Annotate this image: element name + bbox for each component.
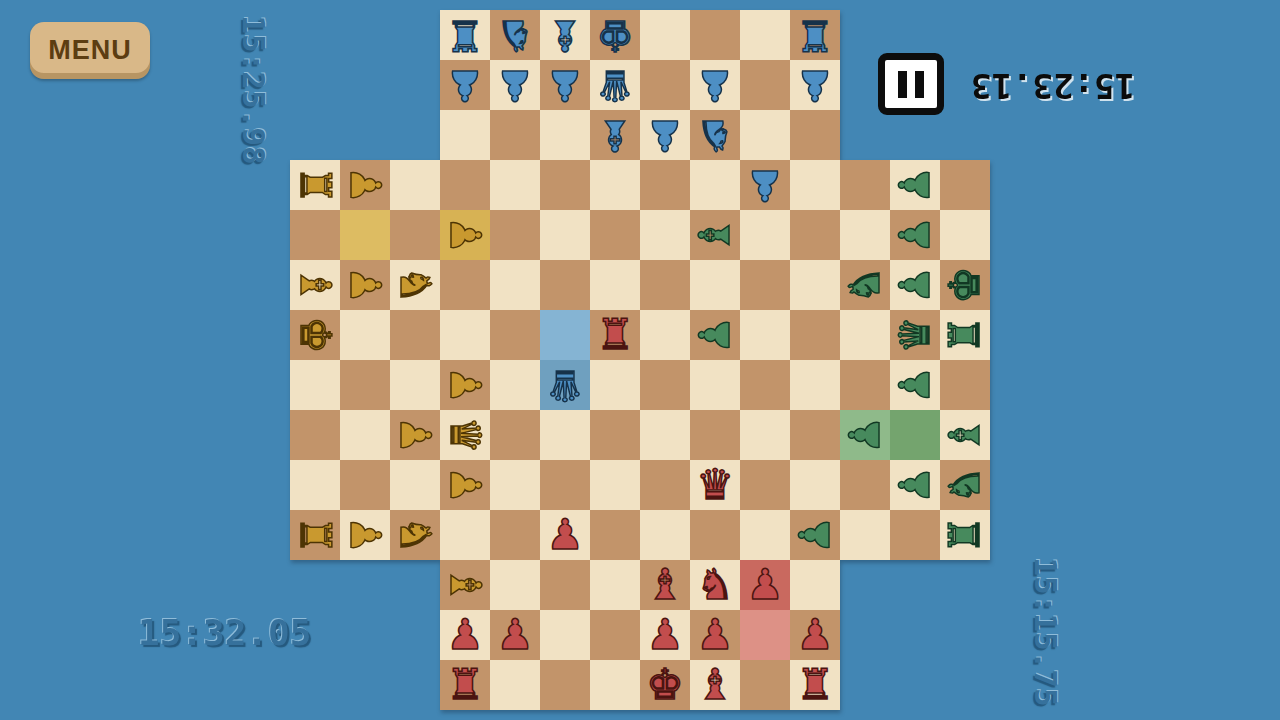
square-f7-highlight-blue[interactable]: ♛ [540,360,590,410]
piece-green-pawn[interactable]: ♟ [890,460,940,510]
square-h14[interactable] [640,10,690,60]
square-h13[interactable] [640,60,690,110]
piece-green-rook[interactable]: ♜ [940,310,990,360]
square-h4[interactable] [640,510,690,560]
clock-green: 15:15.75 [1032,552,1064,712]
square-j14[interactable] [740,10,790,60]
square-b9[interactable]: ♟ [340,260,390,310]
pause-icon [898,71,907,98]
square-c6[interactable]: ♟ [390,410,440,460]
piece-blue-knight[interactable]: ♞ [490,10,540,60]
board-void [390,60,440,110]
square-g12[interactable]: ♝ [590,110,640,160]
square-h12[interactable]: ♟ [640,110,690,160]
square-j2-highlight-red[interactable] [740,610,790,660]
square-i1[interactable]: ♝ [690,660,740,710]
game-screen: { "app": { "menu_label": "MENU" }, "game… [0,0,1280,720]
square-k13[interactable]: ♟ [790,60,840,110]
square-n5[interactable]: ♞ [940,460,990,510]
piece-blue-rook[interactable]: ♜ [790,10,840,60]
square-i11[interactable] [690,160,740,210]
square-k6[interactable] [790,410,840,460]
piece-red-rook[interactable]: ♜ [790,660,840,710]
square-f8-highlight-blue[interactable] [540,310,590,360]
square-j1[interactable] [740,660,790,710]
board-void [340,660,390,710]
piece-green-rook[interactable]: ♜ [940,510,990,560]
square-b7[interactable] [340,360,390,410]
piece-red-pawn[interactable]: ♟ [490,610,540,660]
square-h11[interactable] [640,160,690,210]
square-m6-highlight-green[interactable] [890,410,940,460]
board-void [840,560,890,610]
piece-blue-bishop[interactable]: ♝ [590,110,640,160]
square-h7[interactable] [640,360,690,410]
board-void [390,610,440,660]
board-void [890,610,940,660]
piece-yellow-pawn[interactable]: ♟ [340,160,390,210]
piece-red-pawn[interactable]: ♟ [540,510,590,560]
square-i5[interactable]: ♛ [690,460,740,510]
board-void [840,110,890,160]
board-void [890,660,940,710]
square-m11[interactable]: ♟ [890,160,940,210]
board-void [390,110,440,160]
piece-green-pawn[interactable]: ♟ [890,160,940,210]
piece-green-knight[interactable]: ♞ [840,260,890,310]
square-h8[interactable] [640,310,690,360]
piece-blue-pawn[interactable]: ♟ [440,60,490,110]
pause-icon [915,71,924,98]
square-e1[interactable] [490,660,540,710]
piece-red-queen[interactable]: ♛ [690,460,740,510]
piece-yellow-knight[interactable]: ♞ [390,260,440,310]
square-i12[interactable]: ♞ [690,110,740,160]
square-l8[interactable] [840,310,890,360]
piece-yellow-rook[interactable]: ♜ [290,510,340,560]
square-h3[interactable]: ♝ [640,560,690,610]
square-e7[interactable] [490,360,540,410]
board-void [890,560,940,610]
piece-green-pawn[interactable]: ♟ [790,510,840,560]
piece-green-knight[interactable]: ♞ [940,460,990,510]
square-l5[interactable] [840,460,890,510]
square-e2[interactable]: ♟ [490,610,540,660]
piece-red-pawn[interactable]: ♟ [790,610,840,660]
piece-yellow-pawn[interactable]: ♟ [340,260,390,310]
square-l9[interactable]: ♞ [840,260,890,310]
square-a5[interactable] [290,460,340,510]
square-f14[interactable]: ♝ [540,10,590,60]
square-d1[interactable]: ♜ [440,660,490,710]
piece-green-pawn[interactable]: ♟ [890,360,940,410]
square-h9[interactable] [640,260,690,310]
board-void [290,110,340,160]
square-e5[interactable] [490,460,540,510]
square-f12[interactable] [540,110,590,160]
square-m9[interactable]: ♟ [890,260,940,310]
square-e8[interactable] [490,310,540,360]
square-j12[interactable] [740,110,790,160]
piece-green-bishop[interactable]: ♝ [940,410,990,460]
square-n10[interactable] [940,210,990,260]
piece-green-pawn[interactable]: ♟ [890,210,940,260]
square-e9[interactable] [490,260,540,310]
square-j7[interactable] [740,360,790,410]
piece-red-rook[interactable]: ♜ [440,660,490,710]
board-void [940,660,990,710]
board: ♜♞♝♚♜♟♟♟♛♟♟♝♟♞♜♟♟♟♟♝♟♝♟♞♞♟♚♚♜♟♛♜♟♛♟♟♛♟♝♟… [290,10,990,710]
square-e12[interactable] [490,110,540,160]
square-e4[interactable] [490,510,540,560]
square-m7[interactable]: ♟ [890,360,940,410]
piece-yellow-rook[interactable]: ♜ [290,160,340,210]
square-i8[interactable]: ♟ [690,310,740,360]
square-b11[interactable]: ♟ [340,160,390,210]
square-d2[interactable]: ♟ [440,610,490,660]
square-c5[interactable] [390,460,440,510]
square-g8[interactable]: ♜ [590,310,640,360]
square-f2[interactable] [540,610,590,660]
piece-red-pawn[interactable]: ♟ [640,610,690,660]
square-g4[interactable] [590,510,640,560]
board-void [340,610,390,660]
square-c8[interactable] [390,310,440,360]
board-void [340,560,390,610]
square-n8[interactable]: ♜ [940,310,990,360]
square-d13[interactable]: ♟ [440,60,490,110]
piece-red-bishop[interactable]: ♝ [640,560,690,610]
square-i14[interactable] [690,10,740,60]
square-h1[interactable]: ♚ [640,660,690,710]
square-k3[interactable] [790,560,840,610]
board-void [940,610,990,660]
square-l7[interactable] [840,360,890,410]
board-void [290,10,340,60]
square-a4[interactable]: ♜ [290,510,340,560]
square-j3-highlight-red[interactable]: ♟ [740,560,790,610]
square-n11[interactable] [940,160,990,210]
square-k11[interactable] [790,160,840,210]
square-a8[interactable]: ♚ [290,310,340,360]
pause-button[interactable] [878,53,944,115]
square-k2[interactable]: ♟ [790,610,840,660]
board-void [340,110,390,160]
square-e3[interactable] [490,560,540,610]
square-b6[interactable] [340,410,390,460]
square-g6[interactable] [590,410,640,460]
piece-red-rook[interactable]: ♜ [590,310,640,360]
piece-yellow-pawn[interactable]: ♟ [340,510,390,560]
piece-green-king[interactable]: ♚ [940,260,990,310]
square-i2[interactable]: ♟ [690,610,740,660]
piece-blue-queen[interactable]: ♛ [590,60,640,110]
piece-blue-bishop[interactable]: ♝ [540,10,590,60]
square-n6[interactable]: ♝ [940,410,990,460]
square-b5[interactable] [340,460,390,510]
square-h5[interactable] [640,460,690,510]
square-c9[interactable]: ♞ [390,260,440,310]
square-j11[interactable]: ♟ [740,160,790,210]
square-k7[interactable] [790,360,840,410]
square-g10[interactable] [590,210,640,260]
square-k4[interactable]: ♟ [790,510,840,560]
piece-blue-knight[interactable]: ♞ [690,110,740,160]
piece-blue-pawn[interactable]: ♟ [540,60,590,110]
board-void [340,10,390,60]
square-k1[interactable]: ♜ [790,660,840,710]
board-void [840,660,890,710]
board-void [390,560,440,610]
square-l4[interactable] [840,510,890,560]
piece-yellow-pawn[interactable]: ♟ [440,360,490,410]
square-a11[interactable]: ♜ [290,160,340,210]
square-b10-highlight-yellow[interactable] [340,210,390,260]
square-k12[interactable] [790,110,840,160]
square-g13[interactable]: ♛ [590,60,640,110]
square-e10[interactable] [490,210,540,260]
square-c4[interactable]: ♞ [390,510,440,560]
square-a6[interactable] [290,410,340,460]
piece-blue-queen[interactable]: ♛ [540,360,590,410]
square-g3[interactable] [590,560,640,610]
square-g14[interactable]: ♚ [590,10,640,60]
square-f3[interactable] [540,560,590,610]
piece-yellow-queen[interactable]: ♛ [440,410,490,460]
board-void [940,110,990,160]
square-b4[interactable]: ♟ [340,510,390,560]
piece-yellow-pawn[interactable]: ♟ [440,460,490,510]
piece-blue-pawn[interactable]: ♟ [490,60,540,110]
piece-blue-rook[interactable]: ♜ [440,10,490,60]
square-a7[interactable] [290,360,340,410]
piece-blue-pawn[interactable]: ♟ [640,110,690,160]
square-i6[interactable] [690,410,740,460]
square-d5[interactable]: ♟ [440,460,490,510]
piece-yellow-bishop[interactable]: ♝ [290,260,340,310]
square-j8[interactable] [740,310,790,360]
square-k10[interactable] [790,210,840,260]
square-k5[interactable] [790,460,840,510]
square-d9[interactable] [440,260,490,310]
board-void [340,60,390,110]
piece-red-pawn[interactable]: ♟ [440,610,490,660]
square-h2[interactable]: ♟ [640,610,690,660]
square-f4[interactable]: ♟ [540,510,590,560]
square-f10[interactable] [540,210,590,260]
board-void [940,10,990,60]
square-m8[interactable]: ♛ [890,310,940,360]
piece-red-knight[interactable]: ♞ [690,560,740,610]
square-d6[interactable]: ♛ [440,410,490,460]
square-g2[interactable] [590,610,640,660]
clock-red: 15:32.05 [138,612,338,653]
square-f13[interactable]: ♟ [540,60,590,110]
square-a10[interactable] [290,210,340,260]
square-k8[interactable] [790,310,840,360]
piece-yellow-bishop[interactable]: ♝ [440,560,490,610]
square-g7[interactable] [590,360,640,410]
piece-red-bishop[interactable]: ♝ [690,660,740,710]
piece-green-pawn[interactable]: ♟ [690,310,740,360]
piece-green-pawn[interactable]: ♟ [890,260,940,310]
square-n9[interactable]: ♚ [940,260,990,310]
square-l6-highlight-green[interactable]: ♟ [840,410,890,460]
square-i10[interactable]: ♝ [690,210,740,260]
board-void [290,660,340,710]
board-void [890,110,940,160]
piece-blue-king[interactable]: ♚ [590,10,640,60]
square-h6[interactable] [640,410,690,460]
square-n4[interactable]: ♜ [940,510,990,560]
square-f1[interactable] [540,660,590,710]
square-k9[interactable] [790,260,840,310]
square-d3[interactable]: ♝ [440,560,490,610]
piece-yellow-king[interactable]: ♚ [290,310,340,360]
board-void [840,610,890,660]
square-d11[interactable] [440,160,490,210]
piece-yellow-pawn[interactable]: ♟ [440,210,490,260]
square-i7[interactable] [690,360,740,410]
square-d10-highlight-yellow[interactable]: ♟ [440,210,490,260]
square-f5[interactable] [540,460,590,510]
board-void [290,60,340,110]
square-j13[interactable] [740,60,790,110]
square-e13[interactable]: ♟ [490,60,540,110]
board-void [290,560,340,610]
square-i4[interactable] [690,510,740,560]
square-i13[interactable]: ♟ [690,60,740,110]
board-void [390,10,440,60]
square-j5[interactable] [740,460,790,510]
square-f11[interactable] [540,160,590,210]
square-m10[interactable]: ♟ [890,210,940,260]
piece-red-king[interactable]: ♚ [640,660,690,710]
square-c11[interactable] [390,160,440,210]
square-m4[interactable] [890,510,940,560]
piece-green-bishop[interactable]: ♝ [690,210,740,260]
square-e11[interactable] [490,160,540,210]
square-b8[interactable] [340,310,390,360]
clock-yellow: 15:25.98 [240,10,272,170]
square-d14[interactable]: ♜ [440,10,490,60]
square-c10[interactable] [390,210,440,260]
piece-yellow-pawn[interactable]: ♟ [390,410,440,460]
square-d7[interactable]: ♟ [440,360,490,410]
square-k14[interactable]: ♜ [790,10,840,60]
square-d4[interactable] [440,510,490,560]
square-d12[interactable] [440,110,490,160]
menu-button[interactable]: MENU [30,22,150,79]
square-l10[interactable] [840,210,890,260]
piece-yellow-knight[interactable]: ♞ [390,510,440,560]
piece-red-pawn[interactable]: ♟ [690,610,740,660]
square-g1[interactable] [590,660,640,710]
square-n7[interactable] [940,360,990,410]
square-j9[interactable] [740,260,790,310]
piece-blue-pawn[interactable]: ♟ [790,60,840,110]
square-g11[interactable] [590,160,640,210]
square-g5[interactable] [590,460,640,510]
square-m5[interactable]: ♟ [890,460,940,510]
square-j10[interactable] [740,210,790,260]
square-h10[interactable] [640,210,690,260]
square-i3[interactable]: ♞ [690,560,740,610]
square-j4[interactable] [740,510,790,560]
piece-blue-pawn[interactable]: ♟ [740,160,790,210]
piece-green-queen[interactable]: ♛ [890,310,940,360]
square-e6[interactable] [490,410,540,460]
piece-green-pawn[interactable]: ♟ [840,410,890,460]
square-i9[interactable] [690,260,740,310]
board-void [390,660,440,710]
piece-blue-pawn[interactable]: ♟ [690,60,740,110]
square-a9[interactable]: ♝ [290,260,340,310]
board-void [840,10,890,60]
square-f9[interactable] [540,260,590,310]
square-d8[interactable] [440,310,490,360]
square-e14[interactable]: ♞ [490,10,540,60]
square-g9[interactable] [590,260,640,310]
square-f6[interactable] [540,410,590,460]
board-void [940,560,990,610]
square-l11[interactable] [840,160,890,210]
piece-red-pawn[interactable]: ♟ [740,560,790,610]
square-c7[interactable] [390,360,440,410]
clock-blue: 15:23.13 [963,66,1143,106]
square-j6[interactable] [740,410,790,460]
